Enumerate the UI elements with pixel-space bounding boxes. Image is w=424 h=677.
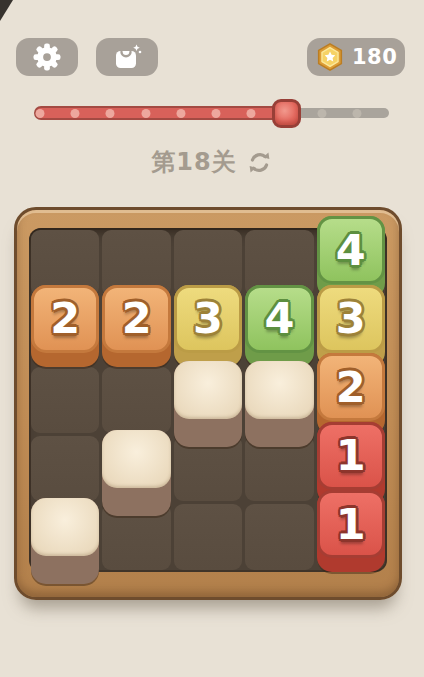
- tile-number: 1: [336, 503, 366, 546]
- tile-number: 3: [336, 297, 366, 340]
- progress-dot: [317, 109, 326, 118]
- tile-4[interactable]: 4: [245, 285, 313, 367]
- tile-2[interactable]: 2: [31, 285, 99, 367]
- hint-tile: [102, 430, 170, 516]
- progress-dot: [352, 109, 361, 118]
- board-inner: 422343211: [29, 228, 387, 572]
- tile-number: 2: [50, 297, 80, 340]
- progress-dot: [141, 109, 150, 118]
- hint-tile: [31, 498, 99, 584]
- coin-amount: 180: [352, 45, 397, 69]
- restart-button[interactable]: [246, 149, 273, 176]
- tile-1[interactable]: 1: [317, 490, 385, 572]
- hint-tile: [245, 361, 313, 447]
- tile-number: 2: [336, 366, 366, 409]
- screen-corner-artifact: [0, 0, 13, 21]
- tile-number: 3: [193, 297, 223, 340]
- hint-tile: [174, 361, 242, 447]
- game-board: 422343211: [14, 207, 402, 600]
- level-title: 第18关: [151, 146, 236, 178]
- game-screen: 180 第18关: [0, 0, 424, 677]
- coin-counter[interactable]: 180: [307, 38, 405, 76]
- settings-button[interactable]: [16, 38, 78, 76]
- star-coin-icon: [315, 42, 345, 72]
- top-bar: 180: [0, 38, 424, 76]
- tile-number: 2: [122, 297, 152, 340]
- progress-dot: [247, 109, 256, 118]
- tile-3[interactable]: 3: [174, 285, 242, 367]
- level-row: 第18关: [0, 146, 424, 178]
- gear-icon: [32, 42, 62, 72]
- shop-button[interactable]: [96, 38, 158, 76]
- refresh-icon: [246, 149, 273, 176]
- tile-number: 4: [336, 229, 366, 272]
- progress-dot: [176, 109, 185, 118]
- progress-dot: [106, 109, 115, 118]
- tile-number: 1: [336, 434, 366, 477]
- progress-dot: [212, 109, 221, 118]
- tile-number: 4: [264, 297, 294, 340]
- shopping-bag-icon: [111, 42, 143, 72]
- progress-handle[interactable]: [272, 99, 301, 128]
- progress-dot: [71, 109, 80, 118]
- tile-2[interactable]: 2: [102, 285, 170, 367]
- tiles-layer: 422343211: [29, 228, 387, 572]
- progress-dot: [36, 109, 45, 118]
- level-progress-bar: [36, 108, 389, 118]
